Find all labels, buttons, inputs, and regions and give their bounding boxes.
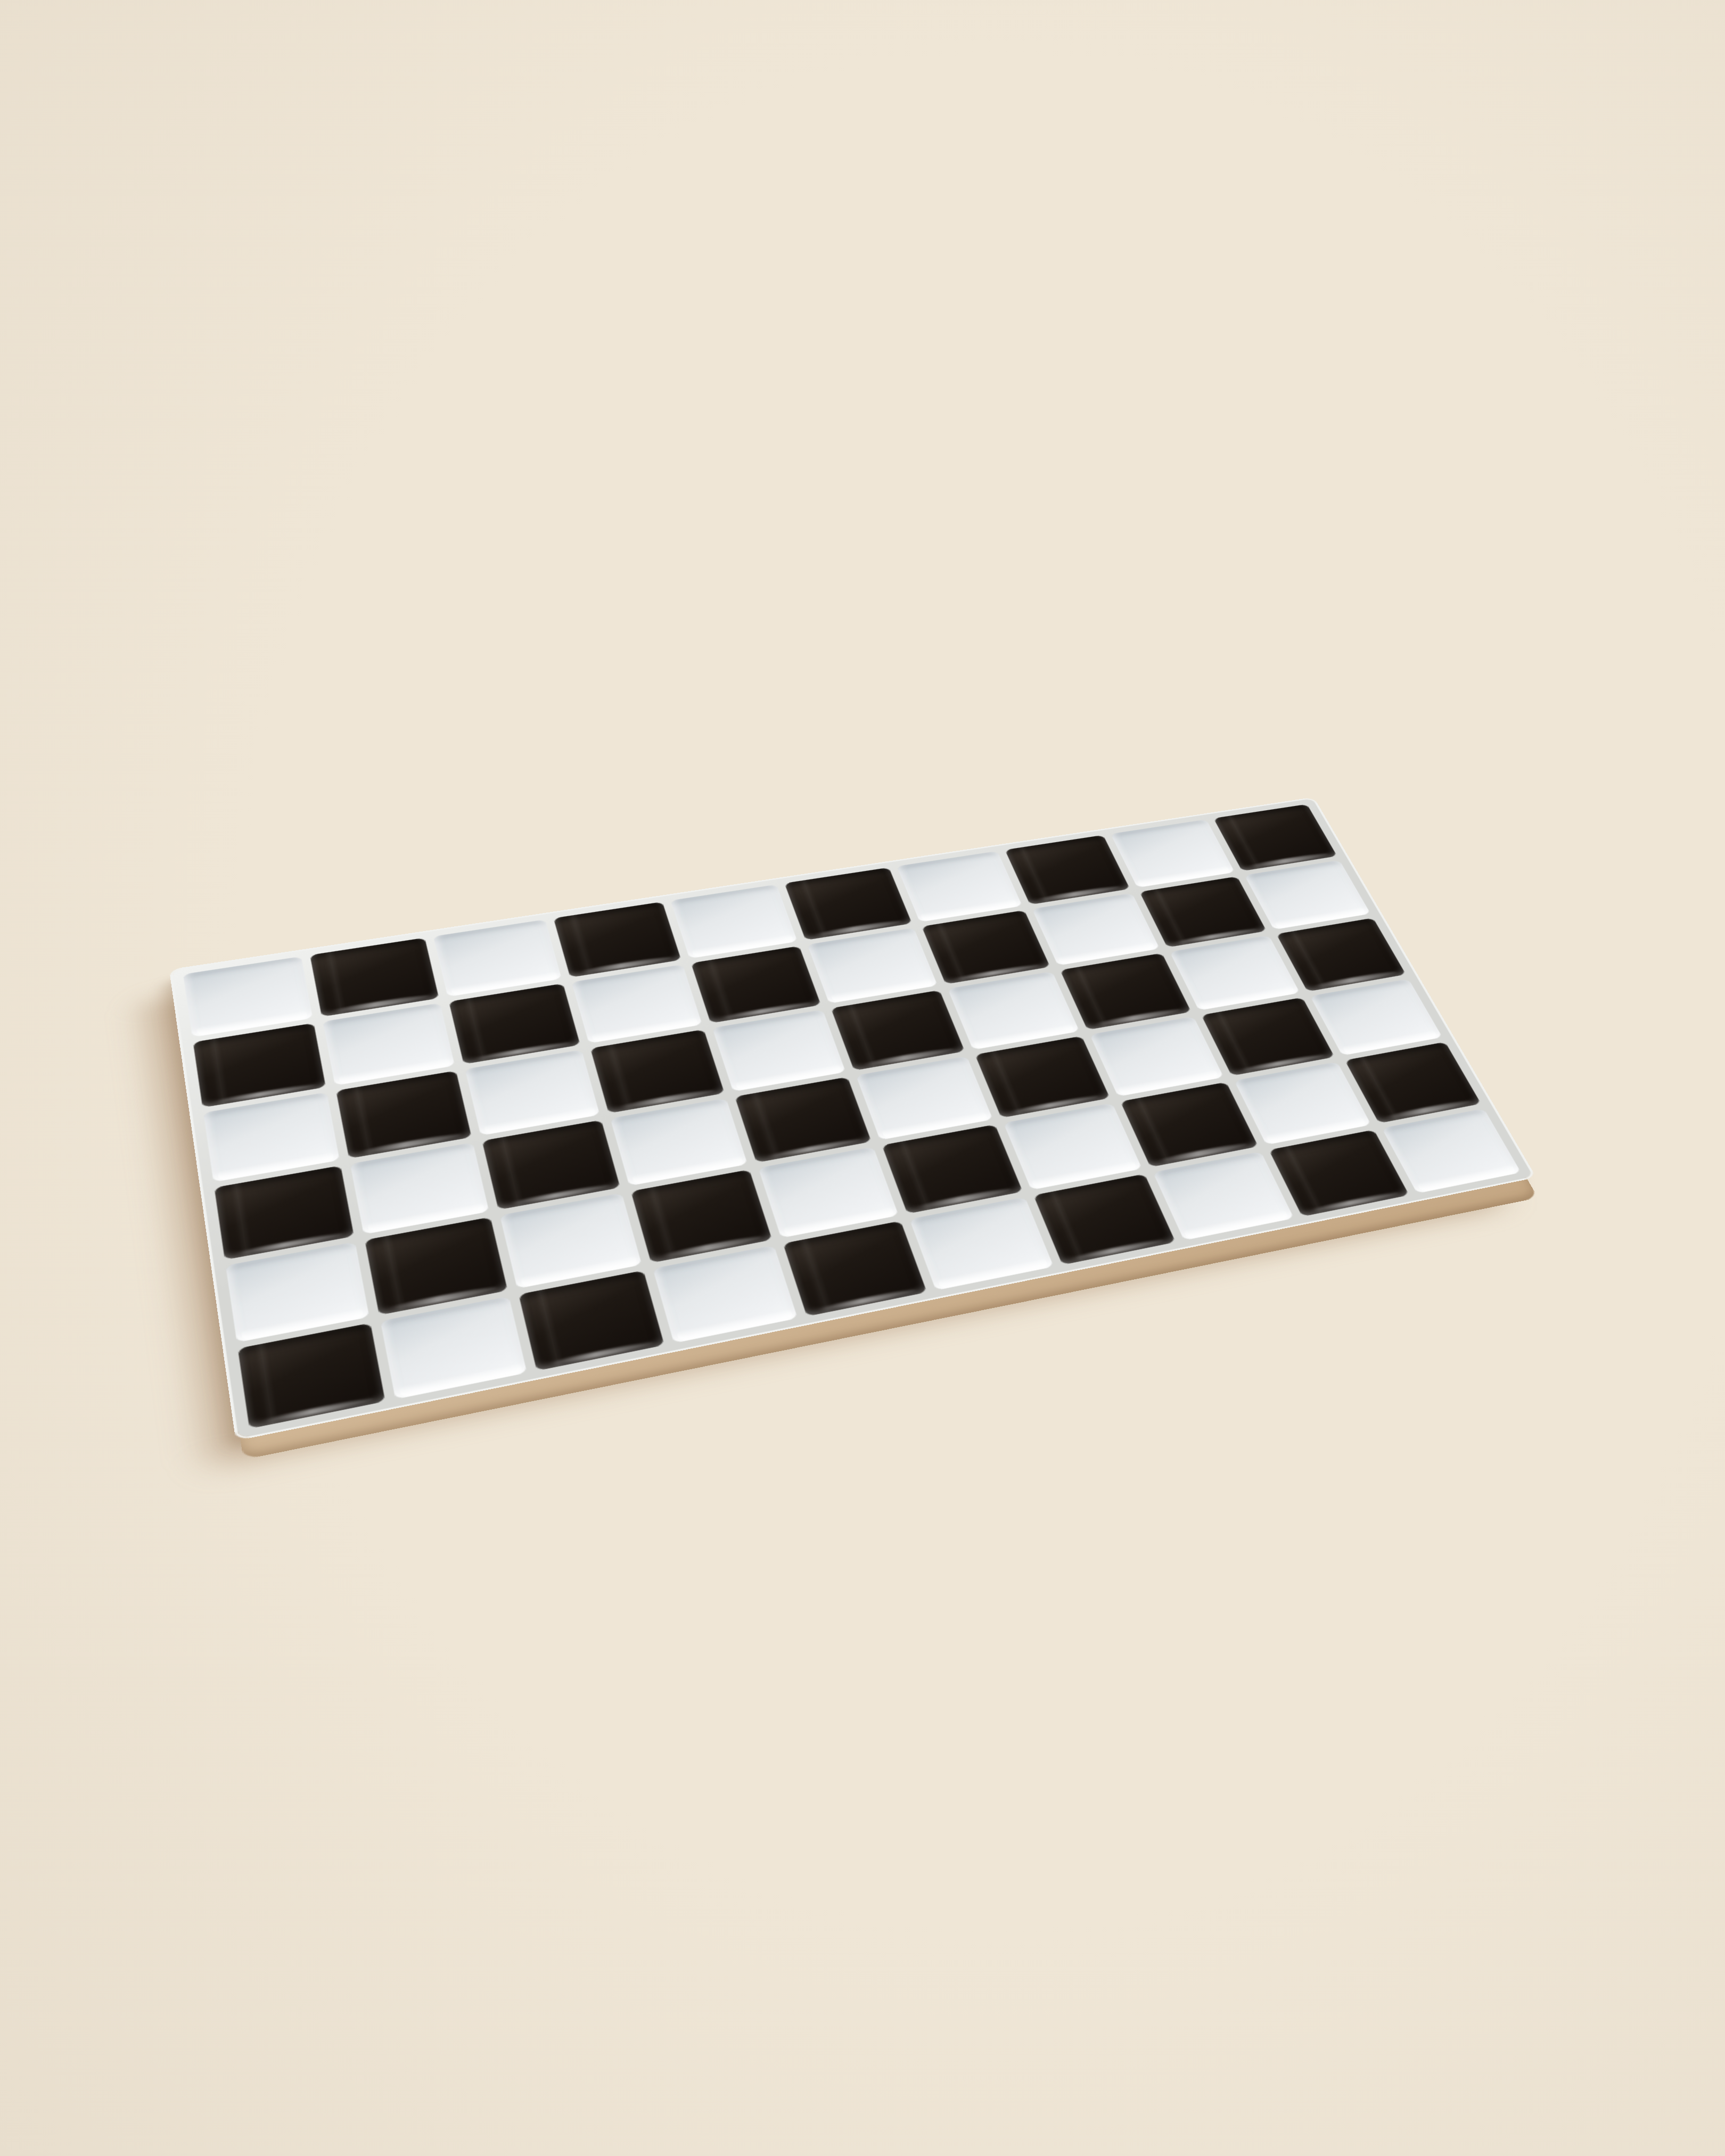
- tile-f6-black: [785, 868, 911, 940]
- tile-d2-black: [631, 1170, 773, 1263]
- tile-c3-black: [482, 1120, 621, 1210]
- tile-f4-black: [832, 990, 964, 1070]
- tile-i3-black: [1201, 997, 1335, 1076]
- tile-e6-white: [671, 884, 798, 958]
- tile-j3-white: [1310, 978, 1442, 1056]
- tile-i1-black: [1268, 1129, 1409, 1216]
- tile-i2-white: [1234, 1061, 1371, 1145]
- tile-d4-black: [590, 1029, 725, 1113]
- tile-a1-black: [237, 1322, 385, 1429]
- tile-b4-black: [336, 1071, 472, 1158]
- tile-f2-black: [883, 1124, 1022, 1213]
- tile-h1-white: [1152, 1151, 1294, 1240]
- tile-f3-white: [857, 1056, 993, 1140]
- tile-d3-white: [611, 1098, 748, 1186]
- tile-g3-black: [974, 1036, 1110, 1118]
- checkerboard-tile-tray: [172, 799, 1533, 1438]
- tile-e4-white: [713, 1009, 847, 1091]
- tile-j6-black: [1213, 804, 1337, 871]
- tile-h3-white: [1089, 1016, 1223, 1097]
- tile-e3-black: [735, 1076, 872, 1163]
- tile-g1-black: [1033, 1174, 1175, 1265]
- tile-h5-white: [1031, 893, 1159, 966]
- tile-b1-white: [380, 1296, 527, 1399]
- tile-h4-black: [1059, 953, 1190, 1030]
- tile-c4-white: [465, 1050, 600, 1135]
- tile-g5-black: [921, 910, 1050, 984]
- tile-j2-black: [1345, 1042, 1481, 1123]
- tile-j1-white: [1382, 1108, 1521, 1194]
- tile-h6-black: [1005, 835, 1130, 904]
- tile-g6-white: [896, 851, 1022, 922]
- tile-i5-black: [1139, 876, 1267, 948]
- tile-g2-white: [1003, 1103, 1142, 1190]
- tile-c2-white: [500, 1193, 642, 1288]
- tile-c5-black: [449, 983, 580, 1064]
- tile-e5-black: [692, 945, 822, 1023]
- tile-h2-black: [1120, 1082, 1258, 1167]
- tile-c1-black: [519, 1270, 664, 1371]
- tile-d6-black: [554, 902, 681, 977]
- tile-i6-white: [1110, 819, 1234, 887]
- tile-j5-white: [1244, 860, 1371, 929]
- tile-f1-white: [910, 1197, 1053, 1290]
- tile-a6-white: [183, 957, 313, 1037]
- tile-d1-white: [653, 1245, 799, 1343]
- tile-g4-white: [947, 972, 1079, 1050]
- tile-b6-black: [310, 937, 439, 1016]
- tile-f5-white: [808, 927, 937, 1003]
- tile-j4-black: [1276, 918, 1406, 991]
- tile-i4-white: [1169, 935, 1300, 1010]
- tile-e2-white: [759, 1147, 899, 1238]
- tile-b5-white: [323, 1002, 455, 1085]
- tile-d5-white: [572, 964, 703, 1043]
- tile-a4-white: [203, 1092, 340, 1182]
- product-photo-scene: [0, 0, 1725, 2156]
- tile-a5-black: [193, 1023, 326, 1108]
- tile-e1-black: [783, 1220, 927, 1316]
- tile-c6-white: [433, 919, 562, 997]
